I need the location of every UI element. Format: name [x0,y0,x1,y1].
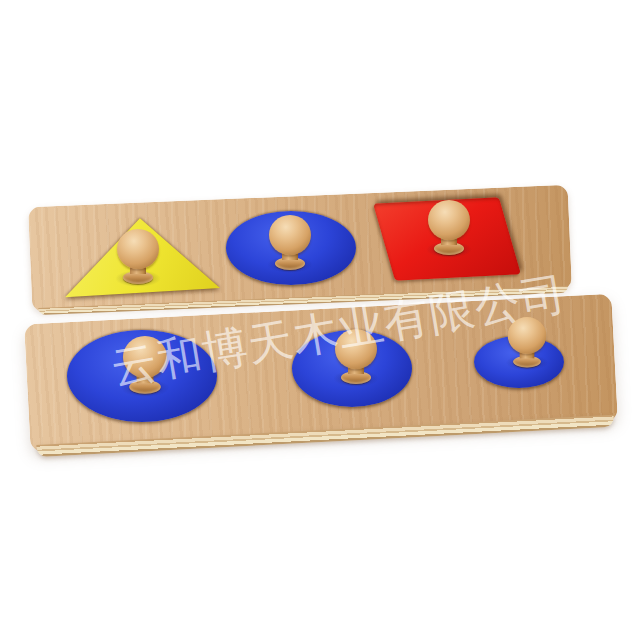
knob-head [428,200,470,240]
wooden-knob[interactable] [268,215,312,275]
knob-head [269,215,311,255]
product-photo-scene: 云和博天木业有限公司 [0,0,640,640]
piece-yellow-triangle[interactable] [62,215,222,299]
knob-head [508,317,547,354]
knob-head [117,229,159,269]
knob-head [335,329,377,369]
knob-head [123,336,167,378]
piece-blue-circle-medium[interactable] [292,330,412,407]
wooden-knob[interactable] [427,200,471,260]
piece-blue-circle-small[interactable] [474,336,564,388]
piece-red-square[interactable] [384,200,510,278]
wooden-knob[interactable] [116,229,160,289]
piece-blue-circle-top[interactable] [226,211,356,285]
wooden-knob[interactable] [507,317,547,372]
wooden-knob[interactable] [334,329,378,389]
wooden-knob[interactable] [122,336,168,399]
piece-blue-circle-large[interactable] [67,330,217,422]
